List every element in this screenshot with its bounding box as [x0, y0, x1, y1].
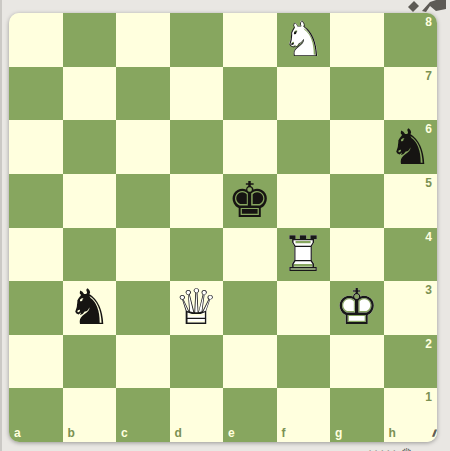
square-d1[interactable]: d — [170, 388, 224, 442]
rank-label-3: 3 — [425, 284, 432, 296]
square-g3[interactable]: ♚♔ — [330, 281, 384, 335]
resize-cursor-icon — [406, 0, 448, 13]
square-g1[interactable]: g — [330, 388, 384, 442]
piece-black-king-e5[interactable]: ♚ — [223, 174, 277, 228]
square-h4[interactable]: 4 — [384, 228, 438, 282]
square-g8[interactable] — [330, 13, 384, 67]
square-c1[interactable]: c — [116, 388, 170, 442]
square-b1[interactable]: b — [63, 388, 117, 442]
square-e2[interactable] — [223, 335, 277, 389]
rank-label-8: 8 — [425, 16, 432, 28]
square-f6[interactable] — [277, 120, 331, 174]
square-h3[interactable]: 3 — [384, 281, 438, 335]
square-d8[interactable] — [170, 13, 224, 67]
square-a4[interactable] — [9, 228, 63, 282]
white-knight-outline-glyph: ♘ — [281, 15, 325, 64]
square-h2[interactable]: 2 — [384, 335, 438, 389]
square-a8[interactable] — [9, 13, 63, 67]
square-e3[interactable] — [223, 281, 277, 335]
square-h1[interactable]: h1∕∕ — [384, 388, 438, 442]
square-d5[interactable] — [170, 174, 224, 228]
square-e6[interactable] — [223, 120, 277, 174]
square-f8[interactable]: ♞♘ — [277, 13, 331, 67]
square-f4[interactable]: ♜♖ — [277, 228, 331, 282]
square-d6[interactable] — [170, 120, 224, 174]
square-a3[interactable] — [9, 281, 63, 335]
square-b8[interactable] — [63, 13, 117, 67]
square-e7[interactable] — [223, 67, 277, 121]
square-b7[interactable] — [63, 67, 117, 121]
square-d7[interactable] — [170, 67, 224, 121]
board-resize-handle[interactable]: ∕∕ — [432, 428, 434, 438]
square-g4[interactable] — [330, 228, 384, 282]
file-label-b: b — [68, 427, 75, 439]
file-label-e: e — [228, 427, 235, 439]
file-label-a: a — [14, 427, 21, 439]
rank-label-5: 5 — [425, 177, 432, 189]
piece-palette-tray[interactable]: ♟♟♟♟♟♛○○ — [366, 442, 430, 451]
square-c3[interactable] — [116, 281, 170, 335]
square-e1[interactable]: e — [223, 388, 277, 442]
window-edge — [0, 0, 2, 451]
file-label-c: c — [121, 427, 128, 439]
file-label-h: h — [389, 427, 396, 439]
file-label-d: d — [175, 427, 182, 439]
piece-white-knight-f8[interactable]: ♞♘ — [277, 13, 331, 67]
square-g7[interactable] — [330, 67, 384, 121]
square-c8[interactable] — [116, 13, 170, 67]
square-g5[interactable] — [330, 174, 384, 228]
square-d2[interactable] — [170, 335, 224, 389]
square-h8[interactable]: 8 — [384, 13, 438, 67]
piece-black-knight-b3[interactable]: ♞ — [63, 281, 117, 335]
square-a7[interactable] — [9, 67, 63, 121]
square-f3[interactable] — [277, 281, 331, 335]
white-king-outline-glyph: ♔ — [335, 283, 379, 332]
square-f5[interactable] — [277, 174, 331, 228]
square-h7[interactable]: 7 — [384, 67, 438, 121]
rank-label-4: 4 — [425, 231, 432, 243]
piece-black-knight-h6[interactable]: ♞ — [384, 120, 438, 174]
piece-white-queen-d3[interactable]: ♛♕ — [170, 281, 224, 335]
square-c5[interactable] — [116, 174, 170, 228]
piece-white-king-g3[interactable]: ♚♔ — [330, 281, 384, 335]
chess-board[interactable]: ♞♘876♞♚5♜♖4♞♛♕♚♔32abcdefgh1∕∕ — [9, 13, 437, 442]
file-label-f: f — [282, 427, 286, 439]
square-b2[interactable] — [63, 335, 117, 389]
rank-label-1: 1 — [425, 391, 432, 403]
square-g6[interactable] — [330, 120, 384, 174]
square-a6[interactable] — [9, 120, 63, 174]
square-d4[interactable] — [170, 228, 224, 282]
white-rook-outline-glyph: ♖ — [281, 230, 325, 279]
square-f2[interactable] — [277, 335, 331, 389]
piece-white-rook-f4[interactable]: ♜♖ — [277, 228, 331, 282]
white-queen-outline-glyph: ♕ — [174, 283, 218, 332]
square-h5[interactable]: 5 — [384, 174, 438, 228]
square-b5[interactable] — [63, 174, 117, 228]
square-b3[interactable]: ♞ — [63, 281, 117, 335]
square-a2[interactable] — [9, 335, 63, 389]
rank-label-2: 2 — [425, 338, 432, 350]
square-e4[interactable] — [223, 228, 277, 282]
square-c2[interactable] — [116, 335, 170, 389]
square-e8[interactable] — [223, 13, 277, 67]
square-a5[interactable] — [9, 174, 63, 228]
square-g2[interactable] — [330, 335, 384, 389]
square-c4[interactable] — [116, 228, 170, 282]
rank-label-7: 7 — [425, 70, 432, 82]
square-h6[interactable]: 6♞ — [384, 120, 438, 174]
file-label-g: g — [335, 427, 342, 439]
square-e5[interactable]: ♚ — [223, 174, 277, 228]
square-b4[interactable] — [63, 228, 117, 282]
square-b6[interactable] — [63, 120, 117, 174]
square-c6[interactable] — [116, 120, 170, 174]
square-a1[interactable]: a — [9, 388, 63, 442]
square-f1[interactable]: f — [277, 388, 331, 442]
square-f7[interactable] — [277, 67, 331, 121]
square-c7[interactable] — [116, 67, 170, 121]
palette-queen-icon[interactable]: ♛ — [401, 446, 412, 451]
square-d3[interactable]: ♛♕ — [170, 281, 224, 335]
